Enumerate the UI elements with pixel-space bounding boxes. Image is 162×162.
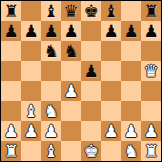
square-d1[interactable] [61, 141, 81, 161]
square-e4[interactable] [81, 81, 101, 101]
square-b8[interactable] [21, 1, 41, 21]
black-pawn: ♟ [3, 21, 18, 41]
black-pawn: ♟ [63, 21, 78, 41]
square-b5[interactable] [21, 61, 41, 81]
square-d5[interactable] [61, 61, 81, 81]
white-knight: ♞ [123, 141, 138, 161]
square-a6[interactable] [1, 41, 21, 61]
square-a7[interactable]: ♟ [1, 21, 21, 41]
square-h3[interactable] [141, 101, 161, 121]
white-pawn: ♟ [103, 121, 118, 141]
square-b4[interactable] [21, 81, 41, 101]
square-c3[interactable]: ♞ [41, 101, 61, 121]
square-e6[interactable] [81, 41, 101, 61]
black-pawn: ♟ [23, 21, 38, 41]
square-c5[interactable] [41, 61, 61, 81]
black-bishop: ♝ [43, 1, 58, 21]
square-a3[interactable] [1, 101, 21, 121]
square-d2[interactable] [61, 121, 81, 141]
square-b3[interactable]: ♝ [21, 101, 41, 121]
black-rook: ♜ [3, 1, 18, 21]
square-e5[interactable]: ♟ [81, 61, 101, 81]
square-c1[interactable]: ♝ [41, 141, 61, 161]
black-knight: ♞ [43, 41, 58, 61]
square-b6[interactable] [21, 41, 41, 61]
square-g1[interactable]: ♞ [121, 141, 141, 161]
black-pawn: ♟ [123, 21, 138, 41]
white-rook: ♜ [3, 141, 18, 161]
square-d6[interactable]: ♞ [61, 41, 81, 61]
square-h2[interactable]: ♟ [141, 121, 161, 141]
square-a4[interactable] [1, 81, 21, 101]
square-g3[interactable] [121, 101, 141, 121]
square-h6[interactable] [141, 41, 161, 61]
square-g5[interactable] [121, 61, 141, 81]
black-rook: ♜ [143, 1, 158, 21]
square-f6[interactable] [101, 41, 121, 61]
square-b7[interactable]: ♟ [21, 21, 41, 41]
square-e7[interactable] [81, 21, 101, 41]
square-f5[interactable] [101, 61, 121, 81]
square-b1[interactable] [21, 141, 41, 161]
white-pawn: ♟ [63, 81, 78, 101]
square-g8[interactable] [121, 1, 141, 21]
square-h7[interactable]: ♟ [141, 21, 161, 41]
square-c4[interactable] [41, 81, 61, 101]
square-b2[interactable]: ♟ [21, 121, 41, 141]
white-king: ♚ [83, 141, 98, 161]
square-h5[interactable]: ♛ [141, 61, 161, 81]
square-h4[interactable] [141, 81, 161, 101]
square-f3[interactable] [101, 101, 121, 121]
square-e2[interactable] [81, 121, 101, 141]
square-f4[interactable] [101, 81, 121, 101]
black-king: ♚ [83, 1, 98, 21]
white-pawn: ♟ [123, 121, 138, 141]
square-d4[interactable]: ♟ [61, 81, 81, 101]
square-e1[interactable]: ♚ [81, 141, 101, 161]
white-bishop: ♝ [23, 101, 38, 121]
square-d3[interactable] [61, 101, 81, 121]
white-pawn: ♟ [23, 121, 38, 141]
white-queen: ♛ [143, 61, 158, 81]
square-c6[interactable]: ♞ [41, 41, 61, 61]
square-h8[interactable]: ♜ [141, 1, 161, 21]
square-d7[interactable]: ♟ [61, 21, 81, 41]
chess-board: ♜♝♛♚♝♜♟♟♟♟♟♟♟♞♞♟♛♟♝♞♟♟♟♟♟♟♜♝♚♞♜ [1, 1, 161, 161]
white-pawn: ♟ [143, 121, 158, 141]
square-c2[interactable]: ♟ [41, 121, 61, 141]
square-a1[interactable]: ♜ [1, 141, 21, 161]
square-f7[interactable]: ♟ [101, 21, 121, 41]
black-pawn: ♟ [103, 21, 118, 41]
black-knight: ♞ [63, 41, 78, 61]
square-e8[interactable]: ♚ [81, 1, 101, 21]
white-pawn: ♟ [3, 121, 18, 141]
white-pawn: ♟ [43, 121, 58, 141]
square-f8[interactable]: ♝ [101, 1, 121, 21]
square-d8[interactable]: ♛ [61, 1, 81, 21]
square-h1[interactable]: ♜ [141, 141, 161, 161]
square-g6[interactable] [121, 41, 141, 61]
square-e3[interactable] [81, 101, 101, 121]
square-c7[interactable]: ♟ [41, 21, 61, 41]
square-g4[interactable] [121, 81, 141, 101]
square-f1[interactable] [101, 141, 121, 161]
black-pawn: ♟ [43, 21, 58, 41]
square-g2[interactable]: ♟ [121, 121, 141, 141]
square-a2[interactable]: ♟ [1, 121, 21, 141]
black-pawn: ♟ [83, 61, 98, 81]
square-c8[interactable]: ♝ [41, 1, 61, 21]
square-g7[interactable]: ♟ [121, 21, 141, 41]
black-bishop: ♝ [103, 1, 118, 21]
black-queen: ♛ [63, 1, 78, 21]
square-a5[interactable] [1, 61, 21, 81]
white-bishop: ♝ [43, 141, 58, 161]
square-f2[interactable]: ♟ [101, 121, 121, 141]
chess-board-frame: ♜♝♛♚♝♜♟♟♟♟♟♟♟♞♞♟♛♟♝♞♟♟♟♟♟♟♜♝♚♞♜ [0, 0, 162, 162]
square-a8[interactable]: ♜ [1, 1, 21, 21]
white-knight: ♞ [43, 101, 58, 121]
black-pawn: ♟ [143, 21, 158, 41]
white-rook: ♜ [143, 141, 158, 161]
